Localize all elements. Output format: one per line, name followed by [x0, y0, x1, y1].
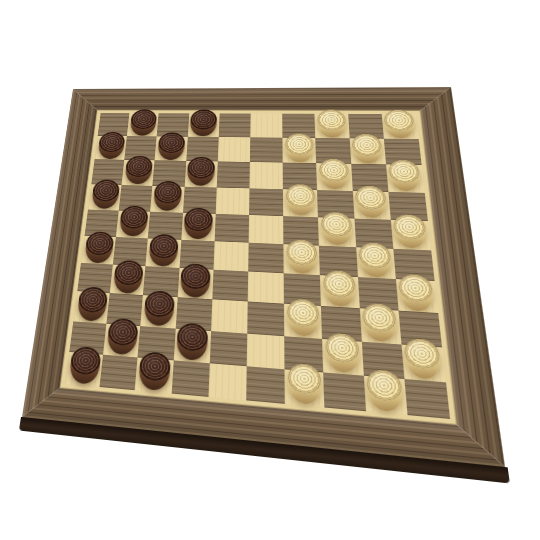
- board-square[interactable]: [213, 241, 248, 271]
- board-square[interactable]: [173, 328, 211, 363]
- board-square[interactable]: [218, 137, 251, 162]
- dark-piece[interactable]: [157, 138, 185, 159]
- dark-piece[interactable]: [106, 326, 138, 355]
- board-square[interactable]: [247, 302, 284, 336]
- board-square[interactable]: [73, 291, 110, 323]
- light-piece[interactable]: [399, 282, 435, 311]
- board-square[interactable]: [363, 375, 407, 415]
- board-square[interactable]: [122, 160, 155, 186]
- dark-piece[interactable]: [124, 162, 152, 184]
- board-square[interactable]: [155, 137, 188, 162]
- dark-piece[interactable]: [119, 212, 148, 236]
- board-square[interactable]: [181, 213, 216, 242]
- piece-top: [317, 109, 346, 130]
- board-square[interactable]: [401, 344, 446, 382]
- light-piece[interactable]: [321, 219, 353, 245]
- light-piece[interactable]: [286, 191, 316, 215]
- board-square[interactable]: [382, 114, 419, 139]
- board-square[interactable]: [324, 372, 366, 411]
- board-square[interactable]: [208, 363, 246, 400]
- board-square[interactable]: [391, 220, 432, 251]
- board-square[interactable]: [116, 210, 150, 238]
- board-square[interactable]: [316, 163, 352, 190]
- board-square[interactable]: [81, 236, 116, 265]
- light-piece[interactable]: [404, 347, 442, 379]
- light-piece[interactable]: [355, 193, 388, 218]
- board-square[interactable]: [315, 114, 350, 139]
- board-square[interactable]: [214, 214, 249, 243]
- board-square[interactable]: [356, 247, 396, 279]
- board-square[interactable]: [103, 323, 140, 357]
- light-piece[interactable]: [285, 140, 314, 162]
- dark-piece[interactable]: [84, 238, 114, 263]
- board-square[interactable]: [318, 217, 355, 247]
- board-square[interactable]: [187, 113, 219, 137]
- board-square[interactable]: [250, 114, 282, 138]
- board-square[interactable]: [171, 360, 209, 397]
- light-piece[interactable]: [325, 341, 360, 372]
- dark-piece[interactable]: [153, 188, 182, 211]
- light-piece[interactable]: [389, 167, 422, 191]
- product-photo: [0, 0, 540, 540]
- dark-piece[interactable]: [148, 241, 178, 266]
- board-square[interactable]: [246, 366, 285, 404]
- board-square[interactable]: [100, 355, 138, 391]
- piece-top: [285, 133, 314, 155]
- board-square[interactable]: [386, 165, 425, 193]
- board-square[interactable]: [285, 369, 325, 407]
- board-square[interactable]: [248, 243, 284, 274]
- dark-piece[interactable]: [138, 360, 171, 391]
- dark-piece[interactable]: [97, 138, 125, 159]
- light-piece[interactable]: [362, 311, 398, 341]
- draughts-board: [22, 87, 505, 467]
- dark-piece[interactable]: [184, 215, 213, 239]
- board-square[interactable]: [284, 244, 321, 275]
- board-square[interactable]: [146, 238, 181, 268]
- dark-piece[interactable]: [187, 163, 215, 185]
- light-piece[interactable]: [287, 306, 320, 335]
- light-piece[interactable]: [384, 116, 416, 138]
- board-square[interactable]: [65, 352, 103, 387]
- light-piece[interactable]: [319, 165, 350, 188]
- light-piece[interactable]: [367, 378, 404, 412]
- board-square[interactable]: [349, 138, 386, 164]
- board-square[interactable]: [248, 272, 284, 304]
- board-square[interactable]: [210, 331, 248, 366]
- board-square[interactable]: [352, 191, 390, 220]
- dark-piece[interactable]: [91, 186, 120, 209]
- board-square[interactable]: [150, 186, 184, 213]
- board-square[interactable]: [250, 137, 283, 162]
- dark-piece[interactable]: [68, 354, 100, 384]
- dark-piece[interactable]: [76, 294, 107, 321]
- light-piece[interactable]: [359, 250, 393, 277]
- board-square[interactable]: [283, 189, 318, 217]
- board-square[interactable]: [249, 215, 284, 244]
- dark-piece[interactable]: [190, 115, 217, 135]
- light-piece[interactable]: [288, 372, 322, 405]
- board-square[interactable]: [127, 113, 159, 136]
- dark-piece[interactable]: [180, 270, 211, 297]
- board-square[interactable]: [110, 265, 146, 296]
- board-square[interactable]: [141, 295, 178, 328]
- dark-piece[interactable]: [129, 115, 156, 135]
- dark-piece[interactable]: [143, 298, 174, 326]
- light-piece[interactable]: [323, 278, 356, 306]
- board-square[interactable]: [88, 184, 122, 210]
- board-square[interactable]: [212, 270, 248, 302]
- board-square[interactable]: [404, 379, 450, 419]
- dark-piece[interactable]: [113, 267, 144, 293]
- board-square[interactable]: [396, 279, 439, 313]
- board-square[interactable]: [135, 357, 173, 393]
- board-square[interactable]: [217, 162, 250, 188]
- board-frame-top: [70, 87, 455, 111]
- light-piece[interactable]: [393, 222, 428, 248]
- board-square[interactable]: [320, 275, 359, 308]
- board-square[interactable]: [249, 162, 283, 189]
- board-square[interactable]: [283, 138, 317, 164]
- dark-piece[interactable]: [176, 331, 208, 361]
- board-square[interactable]: [216, 187, 250, 215]
- light-piece[interactable]: [286, 246, 317, 273]
- board-square[interactable]: [184, 161, 217, 187]
- board-grid: [65, 113, 450, 419]
- board-square[interactable]: [322, 339, 363, 376]
- light-piece[interactable]: [317, 116, 346, 137]
- board-square[interactable]: [247, 333, 285, 369]
- board-square[interactable]: [284, 304, 322, 339]
- board-square[interactable]: [95, 136, 127, 160]
- board-square[interactable]: [249, 188, 283, 216]
- light-piece[interactable]: [352, 140, 383, 162]
- board-square[interactable]: [359, 309, 401, 345]
- board-square[interactable]: [211, 300, 248, 334]
- board-square[interactable]: [219, 113, 251, 137]
- board-square[interactable]: [177, 268, 213, 300]
